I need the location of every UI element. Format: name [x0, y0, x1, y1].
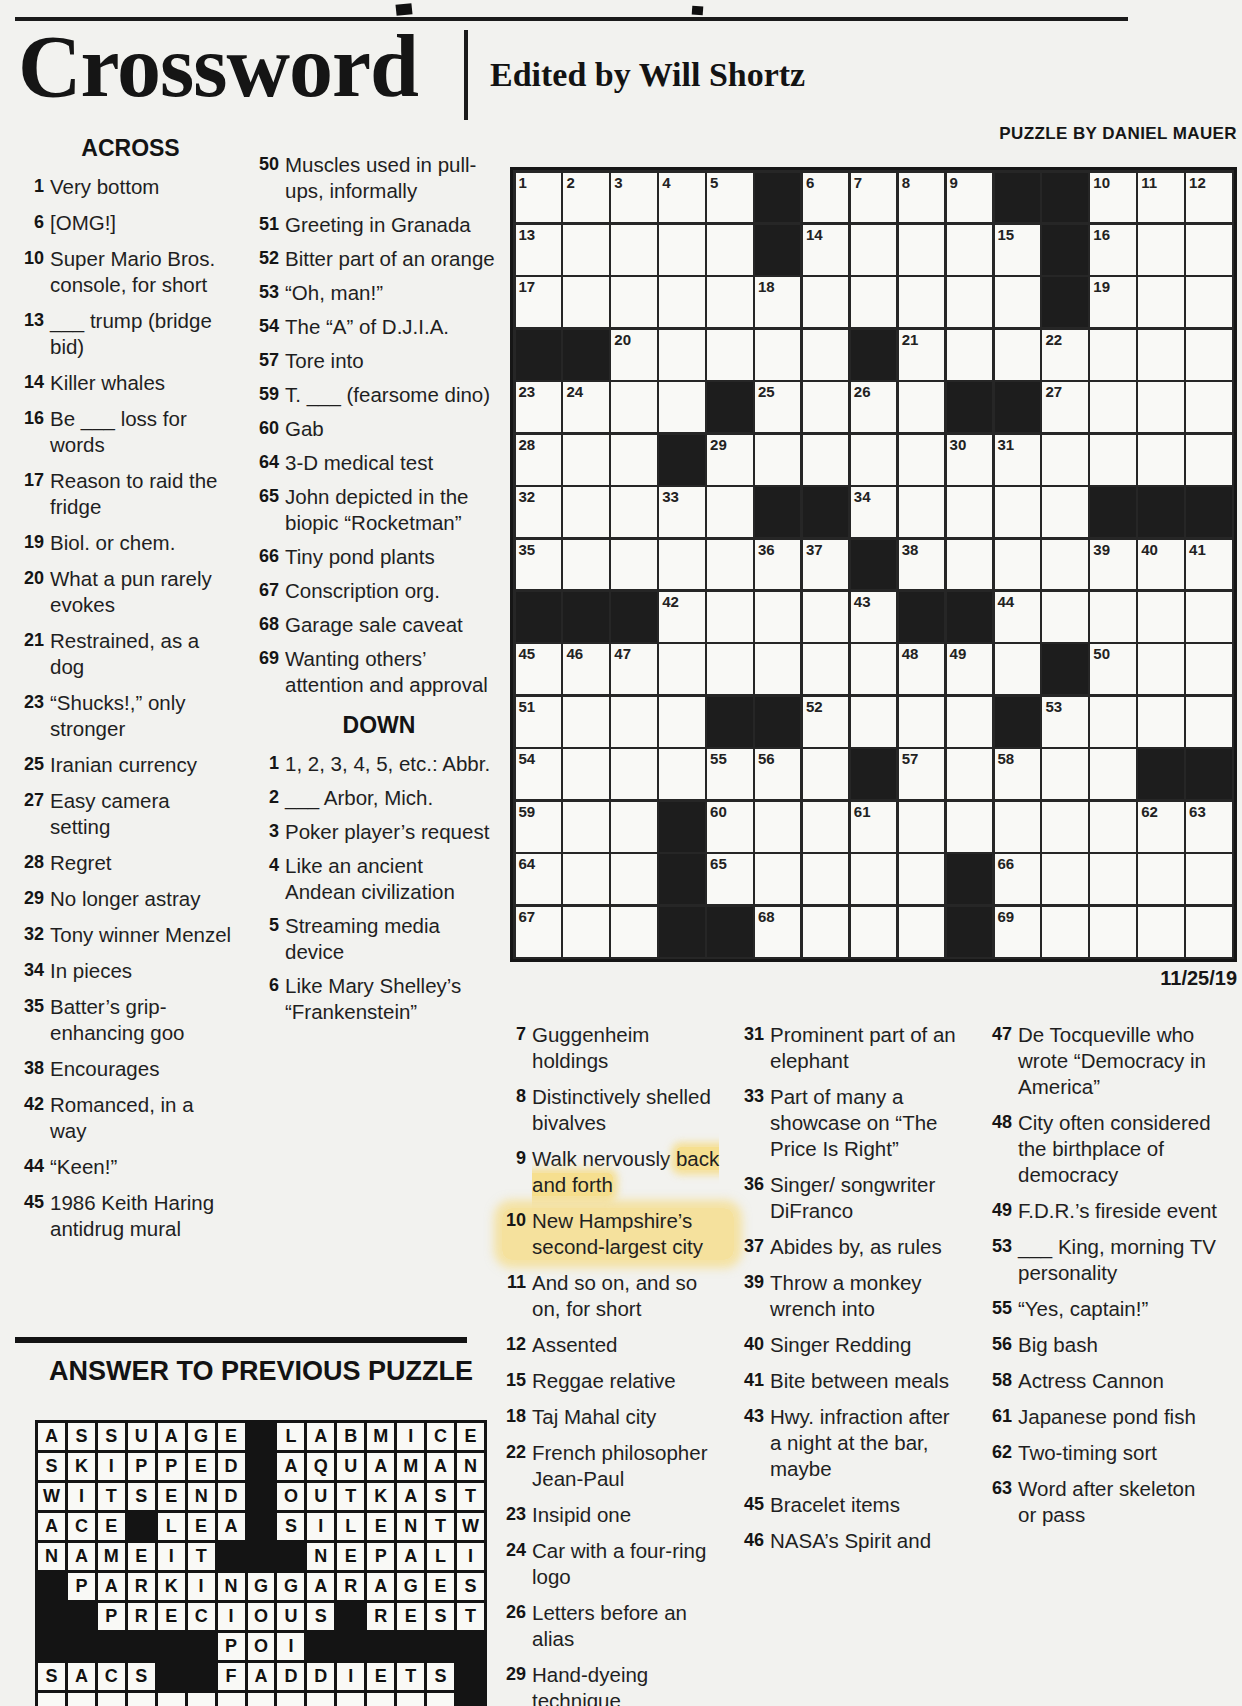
- grid-cell[interactable]: [851, 225, 896, 275]
- grid-cell[interactable]: [563, 435, 608, 485]
- grid-cell[interactable]: 55: [707, 749, 752, 799]
- cell-number: 16: [1093, 226, 1110, 243]
- grid-cell[interactable]: 39: [1090, 540, 1135, 590]
- grid-cell[interactable]: [1090, 697, 1135, 747]
- grid-cell[interactable]: 44: [995, 592, 1040, 642]
- grid-cell[interactable]: 31: [995, 435, 1040, 485]
- grid-cell[interactable]: [563, 802, 608, 852]
- clue-item: 62Two-timing sort: [988, 1440, 1224, 1466]
- grid-cell[interactable]: 16: [1090, 225, 1135, 275]
- clue-item: 53“Oh, man!”: [255, 280, 503, 306]
- grid-cell[interactable]: [755, 592, 800, 642]
- grid-cell[interactable]: 40: [1138, 540, 1183, 590]
- grid-cell[interactable]: [1138, 330, 1183, 380]
- grid-cell[interactable]: [899, 907, 944, 957]
- answer-black-square: [248, 1453, 275, 1480]
- grid-cell[interactable]: 69: [995, 907, 1040, 957]
- cell-number: 59: [519, 803, 536, 820]
- black-square: [755, 487, 800, 537]
- grid-cell[interactable]: [803, 435, 848, 485]
- answer-letter-cell: G: [188, 1423, 215, 1450]
- grid-cell[interactable]: [995, 277, 1040, 327]
- clue-number: 54: [255, 314, 285, 340]
- clue-number: 36: [740, 1172, 770, 1224]
- grid-cell[interactable]: [947, 225, 992, 275]
- grid-cell[interactable]: 61: [851, 802, 896, 852]
- clue-item: 40Singer Redding: [740, 1332, 966, 1358]
- grid-cell[interactable]: 41: [1186, 540, 1231, 590]
- grid-cell[interactable]: 4: [659, 173, 704, 223]
- grid-cell[interactable]: 50: [1090, 644, 1135, 694]
- grid-cell[interactable]: [611, 435, 656, 485]
- grid-cell[interactable]: [563, 854, 608, 904]
- grid-cell[interactable]: 17: [516, 277, 561, 327]
- grid-cell[interactable]: [899, 382, 944, 432]
- grid-cell[interactable]: [659, 697, 704, 747]
- grid-cell[interactable]: 37: [803, 540, 848, 590]
- grid-cell[interactable]: 11: [1138, 173, 1183, 223]
- grid-cell[interactable]: [1042, 749, 1087, 799]
- cell-number: 9: [950, 174, 958, 191]
- cell-number: 49: [950, 645, 967, 662]
- clue-number: 3: [255, 819, 285, 845]
- clue-item: 10New Hampshire’s second-largest city: [502, 1208, 734, 1260]
- grid-cell[interactable]: [755, 854, 800, 904]
- grid-cell[interactable]: 67: [516, 907, 561, 957]
- clue-number: 18: [502, 1404, 532, 1430]
- answer-letter-cell: [188, 1693, 215, 1706]
- grid-cell[interactable]: [1138, 907, 1183, 957]
- grid-cell[interactable]: [1186, 277, 1231, 327]
- clue-item: 59T. ___ (fearsome dino): [255, 382, 503, 408]
- answer-letter-cell: E: [158, 1603, 185, 1630]
- grid-cell[interactable]: 56: [755, 749, 800, 799]
- grid-cell[interactable]: [563, 225, 608, 275]
- cell-number: 15: [998, 226, 1015, 243]
- grid-cell[interactable]: [1138, 644, 1183, 694]
- clue-number: 41: [740, 1368, 770, 1394]
- grid-cell[interactable]: [947, 749, 992, 799]
- clue-text: And so on, and so on, for short: [532, 1270, 728, 1322]
- answer-letter-cell: O: [248, 1633, 275, 1660]
- grid-cell[interactable]: [563, 907, 608, 957]
- black-square: [851, 749, 896, 799]
- grid-cell[interactable]: 1: [516, 173, 561, 223]
- grid-cell[interactable]: [1186, 854, 1231, 904]
- grid-cell[interactable]: [803, 382, 848, 432]
- answer-letter-cell: S: [68, 1423, 95, 1450]
- grid-cell[interactable]: [1138, 382, 1183, 432]
- grid-cell[interactable]: 27: [1042, 382, 1087, 432]
- grid-cell[interactable]: [611, 907, 656, 957]
- grid-cell[interactable]: [899, 225, 944, 275]
- grid-cell[interactable]: 5: [707, 173, 752, 223]
- grid-cell[interactable]: [755, 435, 800, 485]
- clue-text: Reason to raid the fridge: [50, 468, 235, 520]
- answer-letter-cell: [367, 1693, 394, 1706]
- grid-cell[interactable]: [659, 749, 704, 799]
- grid-cell[interactable]: [947, 697, 992, 747]
- answer-letter-cell: E: [367, 1663, 394, 1690]
- answer-letter-cell: E: [218, 1423, 245, 1450]
- grid-cell[interactable]: [1138, 435, 1183, 485]
- grid-cell[interactable]: 9: [947, 173, 992, 223]
- grid-cell[interactable]: 26: [851, 382, 896, 432]
- clue-number: 5: [255, 913, 285, 965]
- grid-cell[interactable]: 68: [755, 907, 800, 957]
- grid-cell[interactable]: 13: [516, 225, 561, 275]
- clue-number: 62: [988, 1440, 1018, 1466]
- grid-cell[interactable]: 6: [803, 173, 848, 223]
- clue-item: 2___ Arbor, Mich.: [255, 785, 503, 811]
- grid-cell[interactable]: [707, 592, 752, 642]
- clue-number: 27: [20, 788, 50, 840]
- grid-cell[interactable]: [563, 749, 608, 799]
- clue-number: 6: [20, 210, 50, 236]
- grid-cell[interactable]: [803, 802, 848, 852]
- black-square: [995, 173, 1040, 223]
- grid-cell[interactable]: [563, 540, 608, 590]
- grid-cell[interactable]: 19: [1090, 277, 1135, 327]
- grid-cell[interactable]: [995, 644, 1040, 694]
- grid-cell[interactable]: 36: [755, 540, 800, 590]
- clue-item: 65John depicted in the biopic “Rocketman…: [255, 484, 503, 536]
- clue-item: 39Throw a monkey wrench into: [740, 1270, 966, 1322]
- cell-number: 27: [1045, 383, 1062, 400]
- grid-cell[interactable]: [707, 225, 752, 275]
- grid-cell[interactable]: [755, 330, 800, 380]
- cell-number: 67: [519, 908, 536, 925]
- grid-cell[interactable]: [851, 907, 896, 957]
- grid-cell[interactable]: 57: [899, 749, 944, 799]
- grid-cell[interactable]: [659, 225, 704, 275]
- answer-letter-cell: [98, 1693, 125, 1706]
- grid-cell[interactable]: [1090, 802, 1135, 852]
- clue-number: 66: [255, 544, 285, 570]
- answer-letter-cell: K: [68, 1453, 95, 1480]
- clue-number: 16: [20, 406, 50, 458]
- answer-letter-cell: P: [128, 1453, 155, 1480]
- grid-cell[interactable]: [1186, 225, 1231, 275]
- clue-number: 44: [20, 1154, 50, 1180]
- grid-cell[interactable]: [1186, 592, 1231, 642]
- grid-cell[interactable]: 52: [803, 697, 848, 747]
- grid-cell[interactable]: 8: [899, 173, 944, 223]
- grid-cell[interactable]: [995, 487, 1040, 537]
- grid-cell[interactable]: [1042, 854, 1087, 904]
- grid-cell[interactable]: 25: [755, 382, 800, 432]
- crossword-grid[interactable]: 1234567891011121314151617181920212223242…: [510, 167, 1237, 962]
- grid-cell[interactable]: 51: [516, 697, 561, 747]
- cell-number: 54: [519, 750, 536, 767]
- grid-cell[interactable]: 21: [899, 330, 944, 380]
- grid-cell[interactable]: [899, 802, 944, 852]
- grid-cell[interactable]: [947, 802, 992, 852]
- clue-text: Like an ancient Andean civilization: [285, 853, 497, 905]
- answer-black-square: [38, 1603, 65, 1630]
- answer-letter-cell: I: [68, 1483, 95, 1510]
- grid-cell[interactable]: [755, 802, 800, 852]
- grid-cell[interactable]: [1090, 854, 1135, 904]
- grid-cell[interactable]: [1138, 592, 1183, 642]
- grid-cell[interactable]: 38: [899, 540, 944, 590]
- clue-number: 61: [988, 1404, 1018, 1430]
- grid-cell[interactable]: [707, 540, 752, 590]
- answer-letter-cell: K: [158, 1573, 185, 1600]
- grid-cell[interactable]: 65: [707, 854, 752, 904]
- grid-cell[interactable]: [947, 540, 992, 590]
- grid-cell[interactable]: [803, 330, 848, 380]
- clue-item: 9Walk nervously back and forth: [502, 1146, 734, 1198]
- answer-letter-cell: W: [38, 1483, 65, 1510]
- grid-cell[interactable]: 48: [899, 644, 944, 694]
- grid-cell[interactable]: 42: [659, 592, 704, 642]
- grid-cell[interactable]: 66: [995, 854, 1040, 904]
- clue-text: Hwy. infraction after a night at the bar…: [770, 1404, 960, 1482]
- grid-cell[interactable]: [1042, 540, 1087, 590]
- grid-cell[interactable]: [611, 487, 656, 537]
- cell-number: 46: [566, 645, 583, 662]
- clue-number: 45: [740, 1492, 770, 1518]
- grid-cell[interactable]: [995, 330, 1040, 380]
- answer-letter-cell: C: [188, 1603, 215, 1630]
- grid-cell[interactable]: [899, 277, 944, 327]
- clue-number: 34: [20, 958, 50, 984]
- grid-cell[interactable]: 59: [516, 802, 561, 852]
- grid-cell[interactable]: 23: [516, 382, 561, 432]
- grid-cell[interactable]: 47: [611, 644, 656, 694]
- answer-letter-cell: I: [277, 1633, 304, 1660]
- grid-cell[interactable]: 3: [611, 173, 656, 223]
- grid-cell[interactable]: 35: [516, 540, 561, 590]
- black-square: [1186, 749, 1231, 799]
- answer-letter-cell: A: [158, 1423, 185, 1450]
- grid-cell[interactable]: 33: [659, 487, 704, 537]
- grid-cell[interactable]: [659, 330, 704, 380]
- grid-cell[interactable]: [995, 802, 1040, 852]
- clue-number: 65: [255, 484, 285, 536]
- grid-cell[interactable]: [707, 277, 752, 327]
- grid-cell[interactable]: [947, 277, 992, 327]
- grid-cell[interactable]: [659, 644, 704, 694]
- grid-cell[interactable]: 20: [611, 330, 656, 380]
- grid-cell[interactable]: 7: [851, 173, 896, 223]
- clue-item: 41Bite between meals: [740, 1368, 966, 1394]
- grid-cell[interactable]: [803, 749, 848, 799]
- answer-letter-cell: O: [248, 1603, 275, 1630]
- grid-cell[interactable]: 32: [516, 487, 561, 537]
- grid-cell[interactable]: 14: [803, 225, 848, 275]
- grid-cell[interactable]: 54: [516, 749, 561, 799]
- grid-cell[interactable]: [1138, 697, 1183, 747]
- grid-cell[interactable]: [803, 277, 848, 327]
- grid-cell[interactable]: [659, 277, 704, 327]
- clue-item: 29Hand-dyeing technique: [502, 1662, 734, 1706]
- grid-cell[interactable]: [1090, 907, 1135, 957]
- clue-number: 11: [502, 1270, 532, 1322]
- grid-cell[interactable]: [1138, 854, 1183, 904]
- grid-cell[interactable]: [563, 697, 608, 747]
- grid-cell[interactable]: [1138, 225, 1183, 275]
- grid-cell[interactable]: [611, 697, 656, 747]
- grid-cell[interactable]: [947, 330, 992, 380]
- grid-cell[interactable]: 43: [851, 592, 896, 642]
- cell-number: 43: [854, 593, 871, 610]
- clue-item: 33Part of many a showcase on “The Price …: [740, 1084, 966, 1162]
- grid-cell[interactable]: [1042, 487, 1087, 537]
- grid-cell[interactable]: 24: [563, 382, 608, 432]
- cell-number: 24: [566, 383, 583, 400]
- grid-cell[interactable]: [563, 487, 608, 537]
- grid-cell[interactable]: [1186, 382, 1231, 432]
- cell-number: 38: [902, 541, 919, 558]
- black-square: [1042, 644, 1087, 694]
- grid-cell[interactable]: [851, 277, 896, 327]
- cell-number: 62: [1141, 803, 1158, 820]
- grid-cell[interactable]: [1090, 330, 1135, 380]
- grid-cell[interactable]: [995, 540, 1040, 590]
- grid-cell[interactable]: [659, 540, 704, 590]
- grid-cell[interactable]: 62: [1138, 802, 1183, 852]
- clue-number: 26: [502, 1600, 532, 1652]
- grid-cell[interactable]: [1042, 435, 1087, 485]
- clue-text: Insipid one: [532, 1502, 728, 1528]
- grid-cell[interactable]: [851, 644, 896, 694]
- answer-letter-cell: Q: [307, 1453, 334, 1480]
- clue-text: Gab: [285, 416, 497, 442]
- grid-cell[interactable]: [707, 330, 752, 380]
- clue-text: T. ___ (fearsome dino): [285, 382, 497, 408]
- grid-cell[interactable]: 12: [1186, 173, 1231, 223]
- black-square: [659, 802, 704, 852]
- clue-text: Biol. or chem.: [50, 530, 235, 556]
- grid-cell[interactable]: [1090, 749, 1135, 799]
- grid-cell[interactable]: 34: [851, 487, 896, 537]
- grid-cell[interactable]: [803, 592, 848, 642]
- clue-number: 2: [255, 785, 285, 811]
- grid-cell[interactable]: [1186, 644, 1231, 694]
- grid-cell[interactable]: [611, 749, 656, 799]
- grid-cell[interactable]: [899, 854, 944, 904]
- grid-cell[interactable]: [851, 697, 896, 747]
- black-square: [755, 697, 800, 747]
- grid-cell[interactable]: [611, 540, 656, 590]
- answer-letter-cell: C: [98, 1663, 125, 1690]
- clue-item: 19Biol. or chem.: [20, 530, 241, 556]
- clue-number: 63: [988, 1476, 1018, 1528]
- answer-letter-cell: S: [128, 1663, 155, 1690]
- cell-number: 48: [902, 645, 919, 662]
- cell-number: 69: [998, 908, 1015, 925]
- clue-text: Taj Mahal city: [532, 1404, 728, 1430]
- grid-cell[interactable]: 15: [995, 225, 1040, 275]
- answer-letter-cell: S: [38, 1453, 65, 1480]
- grid-cell[interactable]: [803, 907, 848, 957]
- grid-cell[interactable]: [1138, 277, 1183, 327]
- grid-cell[interactable]: 49: [947, 644, 992, 694]
- grid-cell[interactable]: [707, 487, 752, 537]
- cell-number: 68: [758, 908, 775, 925]
- grid-cell[interactable]: 30: [947, 435, 992, 485]
- clue-number: 28: [20, 850, 50, 876]
- grid-cell[interactable]: [947, 487, 992, 537]
- grid-cell[interactable]: 46: [563, 644, 608, 694]
- answer-letter-cell: I: [307, 1513, 334, 1540]
- grid-cell[interactable]: [899, 435, 944, 485]
- clue-item: 60Gab: [255, 416, 503, 442]
- answer-letter-cell: S: [38, 1663, 65, 1690]
- grid-cell[interactable]: 10: [1090, 173, 1135, 223]
- cell-number: 56: [758, 750, 775, 767]
- grid-cell[interactable]: 63: [1186, 802, 1231, 852]
- clue-text: Super Mario Bros. console, for short: [50, 246, 235, 298]
- grid-cell[interactable]: 53: [1042, 697, 1087, 747]
- grid-cell[interactable]: 29: [707, 435, 752, 485]
- answer-letter-cell: T: [397, 1663, 424, 1690]
- grid-cell[interactable]: 60: [707, 802, 752, 852]
- cell-number: 45: [519, 645, 536, 662]
- grid-cell[interactable]: 18: [755, 277, 800, 327]
- grid-cell[interactable]: [611, 277, 656, 327]
- grid-cell[interactable]: [803, 644, 848, 694]
- grid-cell[interactable]: [707, 644, 752, 694]
- clue-text: Batter’s grip-enhancing goo: [50, 994, 235, 1046]
- grid-cell[interactable]: 28: [516, 435, 561, 485]
- grid-cell[interactable]: [1186, 330, 1231, 380]
- grid-cell[interactable]: [1090, 592, 1135, 642]
- answer-black-square: [337, 1603, 364, 1630]
- grid-cell[interactable]: 58: [995, 749, 1040, 799]
- grid-cell[interactable]: [803, 854, 848, 904]
- grid-cell[interactable]: [1186, 907, 1231, 957]
- grid-cell[interactable]: [1042, 592, 1087, 642]
- grid-cell[interactable]: [1042, 802, 1087, 852]
- answer-letter-cell: N: [307, 1543, 334, 1570]
- grid-cell[interactable]: [851, 854, 896, 904]
- clue-text: French philosopher Jean-Paul: [532, 1440, 728, 1492]
- grid-cell[interactable]: [755, 644, 800, 694]
- grid-cell[interactable]: [899, 487, 944, 537]
- grid-cell[interactable]: [611, 802, 656, 852]
- grid-cell[interactable]: [611, 382, 656, 432]
- clue-number: 15: [502, 1368, 532, 1394]
- answer-letter-cell: [248, 1693, 275, 1706]
- grid-cell[interactable]: [563, 277, 608, 327]
- grid-cell[interactable]: [659, 382, 704, 432]
- across-header: ACROSS: [20, 135, 241, 162]
- grid-cell[interactable]: [611, 225, 656, 275]
- grid-cell[interactable]: [1186, 435, 1231, 485]
- grid-cell[interactable]: [1186, 697, 1231, 747]
- grid-cell[interactable]: 45: [516, 644, 561, 694]
- grid-cell[interactable]: 64: [516, 854, 561, 904]
- clue-number: 1: [20, 174, 50, 200]
- grid-cell[interactable]: [1042, 907, 1087, 957]
- clue-text: What a pun rarely evokes: [50, 566, 235, 618]
- clue-number: 48: [988, 1110, 1018, 1188]
- clue-column: 7Guggenheim holdings8Distinctively shell…: [502, 1022, 734, 1706]
- grid-cell[interactable]: [1090, 382, 1135, 432]
- grid-cell[interactable]: [851, 435, 896, 485]
- grid-cell[interactable]: 22: [1042, 330, 1087, 380]
- black-square: [1138, 487, 1183, 537]
- clue-number: 8: [502, 1084, 532, 1136]
- cell-number: 5: [710, 174, 718, 191]
- grid-cell[interactable]: [611, 854, 656, 904]
- grid-cell[interactable]: 2: [563, 173, 608, 223]
- grid-cell[interactable]: [899, 697, 944, 747]
- grid-cell[interactable]: [1090, 435, 1135, 485]
